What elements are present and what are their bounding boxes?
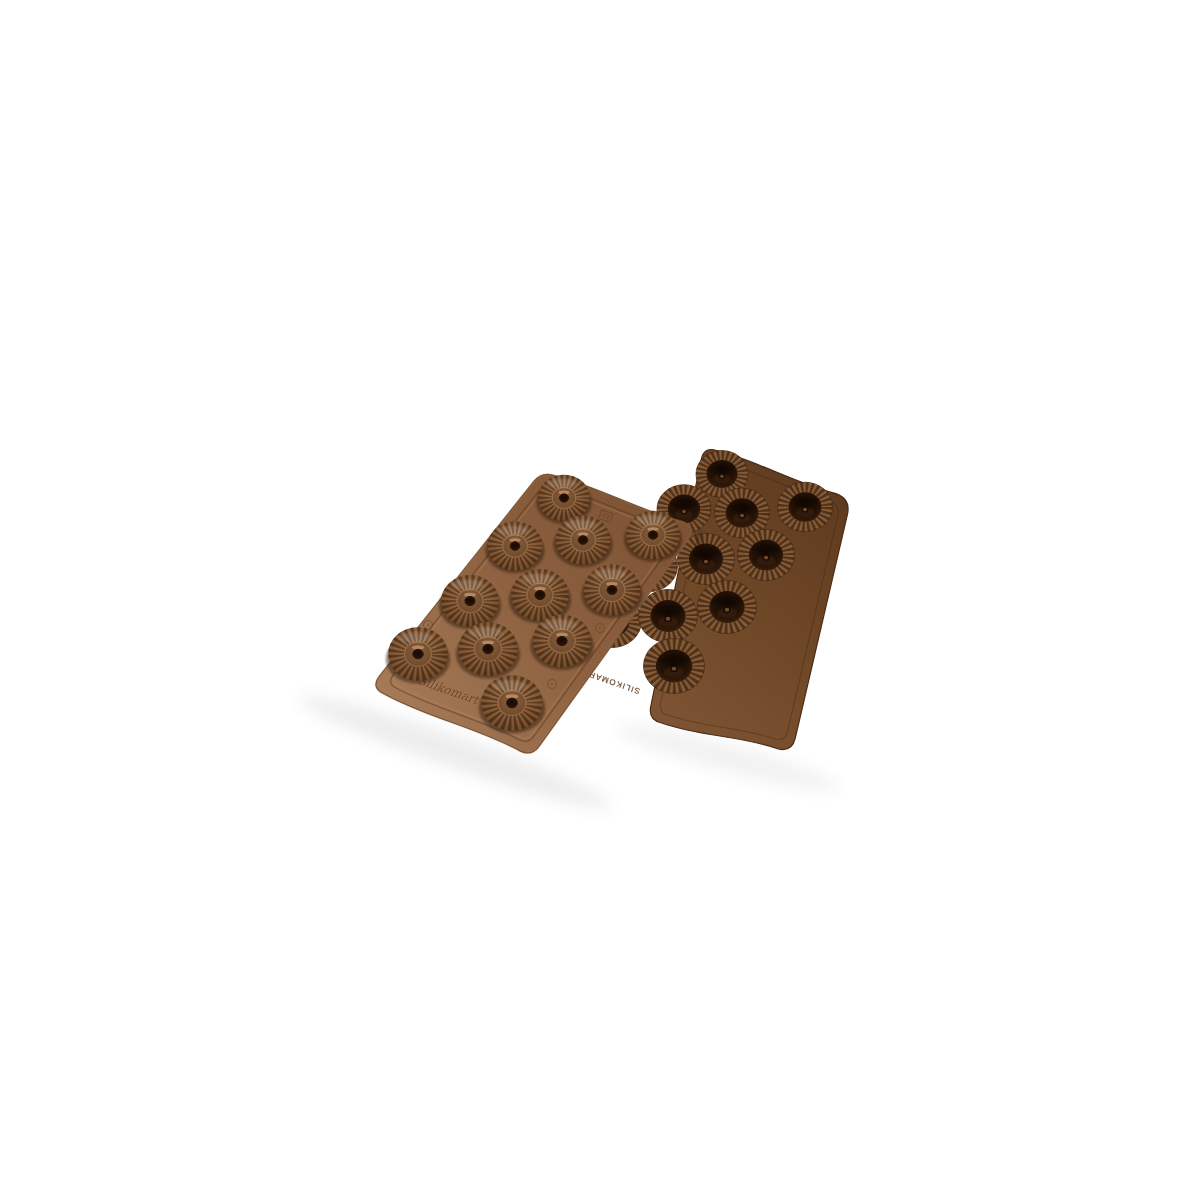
dome-center-hole (559, 494, 568, 502)
dome-sheen (565, 519, 597, 529)
cavity-center-pin (703, 559, 709, 564)
dome-sheen (521, 573, 555, 584)
cavity-inner-shadow (671, 499, 697, 508)
product-photo: SILIKOMARTSILIKOMARTSilikomartSilikomart (0, 0, 1200, 1200)
cavity-inner-shadow (659, 654, 688, 664)
crown-cavity (778, 482, 833, 532)
cavity-inner-shadow (692, 548, 719, 557)
dome-sheen (492, 680, 528, 692)
dome-center-hole (483, 644, 494, 653)
dome-center-hole (465, 596, 475, 605)
dome-sheen (398, 632, 433, 643)
cavity-center-pin (739, 513, 745, 518)
dome-sheen (497, 525, 529, 535)
crown-cavity (698, 580, 757, 633)
cavity-inner-shadow (710, 464, 735, 472)
cavity-center-pin (719, 474, 724, 479)
cavity-center-pin (763, 555, 769, 560)
cavity-center-pin (802, 507, 808, 512)
dome-center-hole (510, 542, 520, 551)
cavity-inner-shadow (752, 544, 779, 553)
dome-sheen (547, 479, 577, 489)
dome-center-hole (413, 649, 424, 658)
product-photo-canvas: SILIKOMARTSILIKOMARTSilikomartSilikomart (0, 0, 1200, 1200)
cavity-inner-shadow (729, 503, 755, 512)
cavity-center-pin (665, 616, 671, 621)
cavity-inner-shadow (654, 605, 682, 615)
crown-cavity (738, 529, 795, 580)
dome-sheen (635, 515, 666, 525)
dome-center-hole (648, 531, 658, 540)
embossed-circle-mark-dot (427, 624, 429, 626)
cavity-inner-shadow (713, 596, 741, 606)
dome-center-hole (535, 590, 545, 599)
dome-sheen (468, 627, 503, 638)
dome-sheen (451, 579, 485, 590)
embossed-circle-mark-dot (551, 683, 553, 685)
cavity-center-pin (671, 666, 677, 671)
dome-center-hole (578, 536, 588, 545)
dome-center-hole (607, 585, 617, 594)
dome-sheen (542, 619, 576, 630)
dome-center-hole (557, 636, 567, 645)
embossed-circle-mark-dot (599, 627, 601, 629)
crown-cavity (644, 639, 705, 694)
dome-center-hole (507, 698, 518, 708)
cavity-center-pin (724, 607, 730, 612)
dome-sheen (593, 569, 626, 580)
cavity-center-pin (681, 509, 686, 514)
cavity-inner-shadow (792, 497, 818, 506)
